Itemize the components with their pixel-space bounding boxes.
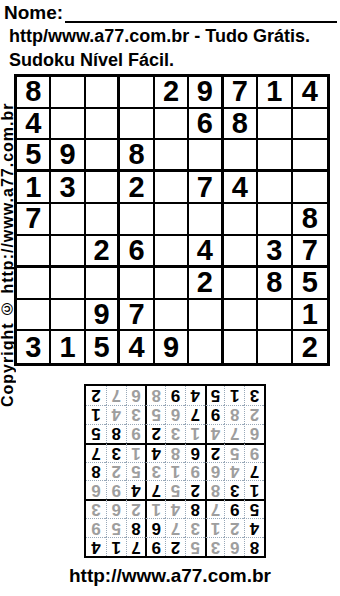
solution-cell-r9c3: 5 bbox=[205, 386, 225, 405]
puzzle-cell-r3c2: 9 bbox=[51, 140, 85, 172]
solution-cell-r1c1: 8 bbox=[244, 537, 264, 556]
puzzle-cell-r6c9: 7 bbox=[293, 236, 327, 268]
puzzle-cell-r4c4: 2 bbox=[120, 172, 154, 204]
puzzle-cell-r9c9: 2 bbox=[293, 331, 327, 363]
puzzle-cell-r9c3: 5 bbox=[86, 331, 120, 363]
puzzle-cell-r8c9: 1 bbox=[293, 300, 327, 332]
solution-cell-r4c6: 7 bbox=[145, 480, 165, 499]
solution-cell-r2c7: 8 bbox=[126, 518, 146, 537]
puzzle-cell-r2c8 bbox=[258, 109, 292, 141]
puzzle-cell-r4c2: 3 bbox=[51, 172, 85, 204]
puzzle-cell-r7c4 bbox=[120, 268, 154, 300]
solution-cell-r5c2: 4 bbox=[224, 462, 244, 481]
puzzle-cell-r7c9: 5 bbox=[293, 268, 327, 300]
sudoku-worksheet-page: Nome: http/www.a77.com.br - Tudo Grátis.… bbox=[0, 0, 340, 596]
solution-cell-r4c5: 5 bbox=[165, 480, 185, 499]
puzzle-cell-r7c7 bbox=[224, 268, 258, 300]
solution-cell-r2c1: 4 bbox=[244, 518, 264, 537]
solution-cell-r1c2: 6 bbox=[224, 537, 244, 556]
puzzle-cell-r5c7 bbox=[224, 204, 258, 236]
solution-cell-r5c4: 9 bbox=[185, 462, 205, 481]
puzzle-cell-r9c6 bbox=[189, 331, 223, 363]
solution-cell-r6c5: 8 bbox=[165, 443, 185, 462]
puzzle-cell-r5c4 bbox=[120, 204, 154, 236]
puzzle-cell-r3c5 bbox=[155, 140, 189, 172]
puzzle-cell-r3c1: 5 bbox=[17, 140, 51, 172]
puzzle-cell-r2c1: 4 bbox=[17, 109, 51, 141]
solution-cell-r6c1: 9 bbox=[244, 443, 264, 462]
puzzle-cell-r5c3 bbox=[86, 204, 120, 236]
name-blank-line bbox=[65, 2, 337, 23]
solution-cell-r6c2: 5 bbox=[224, 443, 244, 462]
solution-cell-r1c4: 5 bbox=[185, 537, 205, 556]
puzzle-cell-r3c4: 8 bbox=[120, 140, 154, 172]
solution-cell-r9c5: 9 bbox=[165, 386, 185, 405]
puzzle-cell-r7c6: 2 bbox=[189, 268, 223, 300]
puzzle-cell-r9c7 bbox=[224, 331, 258, 363]
name-label: Nome: bbox=[4, 2, 63, 23]
solution-cell-r3c7: 2 bbox=[126, 499, 146, 518]
solution-cell-r9c6: 8 bbox=[145, 386, 165, 405]
footer-url: http://www.a77.com.br bbox=[0, 565, 340, 587]
solution-cell-r3c8: 6 bbox=[106, 499, 126, 518]
puzzle-cell-r2c7: 8 bbox=[224, 109, 258, 141]
solution-cell-r5c3: 6 bbox=[205, 462, 225, 481]
solution-cell-r5c7: 5 bbox=[126, 462, 146, 481]
solution-cell-r9c8: 7 bbox=[106, 386, 126, 405]
solution-cell-r4c8: 9 bbox=[106, 480, 126, 499]
solution-cell-r8c5: 6 bbox=[165, 405, 185, 424]
solution-cell-r1c8: 1 bbox=[106, 537, 126, 556]
solution-cell-r5c8: 2 bbox=[106, 462, 126, 481]
solution-cell-r2c4: 3 bbox=[185, 518, 205, 537]
solution-cell-r2c9: 9 bbox=[86, 518, 106, 537]
puzzle-cell-r4c9 bbox=[293, 172, 327, 204]
puzzle-grid: 829714468598132747826437285971315492 bbox=[14, 74, 330, 366]
solution-cell-r8c1: 2 bbox=[244, 405, 264, 424]
difficulty-title: Sudoku Nível Fácil. bbox=[9, 50, 174, 71]
puzzle-cell-r1c1: 8 bbox=[17, 77, 51, 109]
solution-cell-r5c6: 3 bbox=[145, 462, 165, 481]
solution-cell-r9c9: 2 bbox=[86, 386, 106, 405]
solution-cell-r8c7: 3 bbox=[126, 405, 146, 424]
puzzle-cell-r2c2 bbox=[51, 109, 85, 141]
solution-cell-r4c2: 3 bbox=[224, 480, 244, 499]
puzzle-cell-r5c5 bbox=[155, 204, 189, 236]
puzzle-cell-r1c9: 4 bbox=[293, 77, 327, 109]
solution-cell-r1c6: 9 bbox=[145, 537, 165, 556]
puzzle-cell-r6c3: 2 bbox=[86, 236, 120, 268]
puzzle-cell-r6c7 bbox=[224, 236, 258, 268]
solution-cell-r6c9: 7 bbox=[86, 443, 106, 462]
puzzle-cell-r2c4 bbox=[120, 109, 154, 141]
puzzle-cell-r1c8: 1 bbox=[258, 77, 292, 109]
puzzle-cell-r6c1 bbox=[17, 236, 51, 268]
puzzle-cell-r8c2 bbox=[51, 300, 85, 332]
puzzle-cell-r6c6: 4 bbox=[189, 236, 223, 268]
solution-cell-r5c5: 1 bbox=[165, 462, 185, 481]
solution-cell-r4c1: 1 bbox=[244, 480, 264, 499]
solution-cell-r8c2: 8 bbox=[224, 405, 244, 424]
puzzle-cell-r9c2: 1 bbox=[51, 331, 85, 363]
solution-cell-r3c4: 8 bbox=[185, 499, 205, 518]
solution-cell-r3c6: 1 bbox=[145, 499, 165, 518]
puzzle-cell-r5c2 bbox=[51, 204, 85, 236]
puzzle-cell-r1c4 bbox=[120, 77, 154, 109]
puzzle-cell-r2c5 bbox=[155, 109, 189, 141]
puzzle-cell-r9c4: 4 bbox=[120, 331, 154, 363]
solution-cell-r4c9: 6 bbox=[86, 480, 106, 499]
puzzle-cell-r1c6: 9 bbox=[189, 77, 223, 109]
solution-cell-r3c5: 4 bbox=[165, 499, 185, 518]
solution-cell-r7c3: 4 bbox=[205, 424, 225, 443]
puzzle-cell-r3c8 bbox=[258, 140, 292, 172]
solution-cell-r6c8: 3 bbox=[106, 443, 126, 462]
puzzle-cell-r7c1 bbox=[17, 268, 51, 300]
solution-cell-r8c9: 1 bbox=[86, 405, 106, 424]
puzzle-cell-r2c3 bbox=[86, 109, 120, 141]
solution-cell-r2c3: 1 bbox=[205, 518, 225, 537]
puzzle-cell-r1c3 bbox=[86, 77, 120, 109]
puzzle-cell-r7c8: 8 bbox=[258, 268, 292, 300]
solution-cell-r2c2: 2 bbox=[224, 518, 244, 537]
puzzle-cell-r4c1: 1 bbox=[17, 172, 51, 204]
puzzle-cell-r3c6 bbox=[189, 140, 223, 172]
puzzle-cell-r8c6 bbox=[189, 300, 223, 332]
solution-cell-r2c6: 6 bbox=[145, 518, 165, 537]
solution-cell-r8c8: 4 bbox=[106, 405, 126, 424]
solution-cell-r9c4: 4 bbox=[185, 386, 205, 405]
puzzle-cell-r6c4: 6 bbox=[120, 236, 154, 268]
puzzle-cell-r8c1 bbox=[17, 300, 51, 332]
puzzle-cell-r5c1: 7 bbox=[17, 204, 51, 236]
solution-cell-r8c4: 7 bbox=[185, 405, 205, 424]
puzzle-cell-r3c9 bbox=[293, 140, 327, 172]
copyright-text: Copyright © http://www.a77.com.br bbox=[0, 76, 15, 434]
solution-cell-r6c3: 2 bbox=[205, 443, 225, 462]
puzzle-cell-r5c6 bbox=[189, 204, 223, 236]
puzzle-cell-r6c8: 3 bbox=[258, 236, 292, 268]
solution-cell-r3c2: 9 bbox=[224, 499, 244, 518]
puzzle-cell-r2c9 bbox=[293, 109, 327, 141]
puzzle-cell-r8c7 bbox=[224, 300, 258, 332]
solution-cell-r6c6: 4 bbox=[145, 443, 165, 462]
puzzle-cell-r5c8 bbox=[258, 204, 292, 236]
puzzle-cell-r9c1: 3 bbox=[17, 331, 51, 363]
solution-cell-r7c4: 1 bbox=[185, 424, 205, 443]
puzzle-cell-r7c3 bbox=[86, 268, 120, 300]
puzzle-cell-r5c9: 8 bbox=[293, 204, 327, 236]
solution-grid: 8635297144213768595978412631382574967469… bbox=[84, 384, 266, 558]
solution-cell-r7c6: 2 bbox=[145, 424, 165, 443]
solution-cell-r5c9: 8 bbox=[86, 462, 106, 481]
solution-cell-r3c1: 5 bbox=[244, 499, 264, 518]
puzzle-cell-r7c5 bbox=[155, 268, 189, 300]
puzzle-cell-r4c3 bbox=[86, 172, 120, 204]
solution-cell-r1c5: 2 bbox=[165, 537, 185, 556]
puzzle-cell-r8c3: 9 bbox=[86, 300, 120, 332]
solution-cell-r1c7: 7 bbox=[126, 537, 146, 556]
solution-cell-r7c8: 8 bbox=[106, 424, 126, 443]
name-row: Nome: bbox=[4, 2, 337, 23]
solution-cell-r1c9: 4 bbox=[86, 537, 106, 556]
puzzle-cell-r6c5 bbox=[155, 236, 189, 268]
solution-cell-r2c8: 5 bbox=[106, 518, 126, 537]
solution-cell-r7c2: 7 bbox=[224, 424, 244, 443]
puzzle-cell-r8c5 bbox=[155, 300, 189, 332]
solution-cell-r3c3: 7 bbox=[205, 499, 225, 518]
puzzle-cell-r3c3 bbox=[86, 140, 120, 172]
puzzle-cell-r4c8 bbox=[258, 172, 292, 204]
puzzle-cell-r4c6: 7 bbox=[189, 172, 223, 204]
solution-cell-r9c7: 6 bbox=[126, 386, 146, 405]
solution-cell-r6c4: 6 bbox=[185, 443, 205, 462]
solution-cell-r4c7: 4 bbox=[126, 480, 146, 499]
solution-cell-r4c4: 2 bbox=[185, 480, 205, 499]
solution-cell-r3c9: 3 bbox=[86, 499, 106, 518]
puzzle-cell-r6c2 bbox=[51, 236, 85, 268]
puzzle-cell-r3c7 bbox=[224, 140, 258, 172]
puzzle-cell-r2c6: 6 bbox=[189, 109, 223, 141]
puzzle-cell-r4c5 bbox=[155, 172, 189, 204]
solution-cell-r2c5: 7 bbox=[165, 518, 185, 537]
puzzle-cell-r8c8 bbox=[258, 300, 292, 332]
solution-cell-r8c3: 9 bbox=[205, 405, 225, 424]
puzzle-cell-r9c8 bbox=[258, 331, 292, 363]
site-title: http/www.a77.com.br - Tudo Grátis. bbox=[9, 26, 310, 47]
puzzle-cell-r7c2 bbox=[51, 268, 85, 300]
solution-cell-r4c3: 8 bbox=[205, 480, 225, 499]
solution-cell-r1c3: 3 bbox=[205, 537, 225, 556]
puzzle-cell-r1c5: 2 bbox=[155, 77, 189, 109]
puzzle-cell-r9c5: 9 bbox=[155, 331, 189, 363]
solution-cell-r9c1: 3 bbox=[244, 386, 264, 405]
solution-cell-r7c5: 3 bbox=[165, 424, 185, 443]
puzzle-cell-r8c4: 7 bbox=[120, 300, 154, 332]
solution-cell-r7c1: 6 bbox=[244, 424, 264, 443]
solution-cell-r6c7: 1 bbox=[126, 443, 146, 462]
puzzle-cell-r4c7: 4 bbox=[224, 172, 258, 204]
puzzle-cell-r1c2 bbox=[51, 77, 85, 109]
solution-cell-r9c2: 1 bbox=[224, 386, 244, 405]
solution-cell-r5c1: 7 bbox=[244, 462, 264, 481]
solution-cell-r8c6: 5 bbox=[145, 405, 165, 424]
solution-cell-r7c9: 5 bbox=[86, 424, 106, 443]
solution-cell-r7c7: 9 bbox=[126, 424, 146, 443]
puzzle-cell-r1c7: 7 bbox=[224, 77, 258, 109]
